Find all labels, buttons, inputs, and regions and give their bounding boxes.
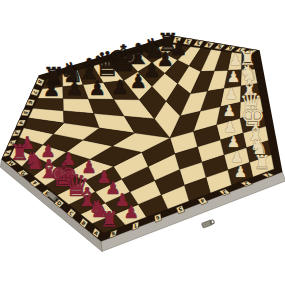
piece-black-pawn: ♟ <box>130 70 147 93</box>
piece-black-pawn: ♟ <box>89 77 106 100</box>
piece-white-rook: ♜ <box>253 151 270 173</box>
piece-red-rook: ♜ <box>99 207 119 232</box>
piece-white-pawn: ♟ <box>234 163 247 181</box>
piece-black-pawn: ♟ <box>66 77 83 100</box>
three-player-chess-board: ABCDEFGH876543211234567812345678♜♟♞♝♟♜♟♚… <box>0 0 285 285</box>
piece-black-pawn: ♟ <box>43 78 60 101</box>
piece-white-pawn: ♟ <box>225 85 238 103</box>
piece-black-pawn: ♟ <box>111 76 128 99</box>
product-photo-three-player-chess: Three-player chess ABCDEFGH8765432112345… <box>0 0 285 285</box>
piece-white-pawn: ♟ <box>227 68 240 86</box>
piece-red-pawn: ♟ <box>124 202 140 222</box>
